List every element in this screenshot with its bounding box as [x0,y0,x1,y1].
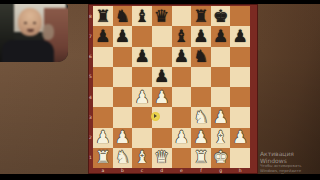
square-f6[interactable]: ♞ [191,47,211,67]
white-knight: ♞ [193,108,208,125]
square-c3[interactable] [132,107,152,127]
square-g8[interactable]: ♚ [211,6,231,26]
black-pawn: ♟ [154,68,169,85]
square-a5[interactable] [93,67,113,87]
white-pawn: ♟ [154,88,169,105]
streamer-face [18,8,42,36]
square-g2[interactable]: ♝ [211,128,231,148]
square-e7[interactable]: ♝ [172,26,192,46]
square-b8[interactable]: ♞ [113,6,133,26]
square-h3[interactable] [230,107,250,127]
square-c5[interactable] [132,67,152,87]
square-f2[interactable]: ♟ [191,128,211,148]
square-e2[interactable]: ♟ [172,128,192,148]
square-g5[interactable] [211,67,231,87]
square-h8[interactable] [230,6,250,26]
square-a6[interactable] [93,47,113,67]
square-d8[interactable]: ♛ [152,6,172,26]
square-e4[interactable] [172,87,192,107]
square-d5[interactable]: ♟ [152,67,172,87]
square-g4[interactable] [211,87,231,107]
black-knight: ♞ [193,48,208,65]
mouse-cursor-highlight[interactable] [151,112,160,121]
black-rook: ♜ [193,7,208,24]
square-e3[interactable] [172,107,192,127]
square-e6[interactable]: ♟ [172,47,192,67]
letterbox-top [0,0,320,4]
watermark-title: Активация Windows [260,150,320,164]
square-h1[interactable] [230,148,250,168]
square-c6[interactable]: ♟ [132,47,152,67]
black-pawn: ♟ [115,27,130,44]
white-pawn: ♟ [95,129,110,146]
white-king: ♚ [213,149,228,166]
square-d4[interactable]: ♟ [152,87,172,107]
black-pawn: ♟ [213,27,228,44]
square-a4[interactable] [93,87,113,107]
square-c2[interactable] [132,128,152,148]
square-b2[interactable]: ♟ [113,128,133,148]
black-pawn: ♟ [95,27,110,44]
square-c4[interactable]: ♟ [132,87,152,107]
black-king: ♚ [213,7,228,24]
streamer-left-eye [24,22,27,24]
square-h4[interactable] [230,87,250,107]
square-a7[interactable]: ♟ [93,26,113,46]
square-h6[interactable] [230,47,250,67]
square-f5[interactable] [191,67,211,87]
white-pawn: ♟ [174,129,189,146]
square-a1[interactable]: ♜ [93,148,113,168]
square-d2[interactable] [152,128,172,148]
white-rook: ♜ [95,149,110,166]
square-f4[interactable] [191,87,211,107]
black-bishop: ♝ [134,7,149,24]
white-pawn: ♟ [213,108,228,125]
white-pawn: ♟ [233,129,248,146]
square-a8[interactable]: ♜ [93,6,113,26]
square-d1[interactable]: ♛ [152,148,172,168]
black-pawn: ♟ [174,48,189,65]
square-b5[interactable] [113,67,133,87]
black-queen: ♛ [154,7,169,24]
square-g1[interactable]: ♚ [211,148,231,168]
square-g7[interactable]: ♟ [211,26,231,46]
streamer-mouth [27,29,34,32]
square-d7[interactable] [152,26,172,46]
square-e5[interactable] [172,67,192,87]
square-h5[interactable] [230,67,250,87]
black-pawn: ♟ [134,48,149,65]
square-a3[interactable] [93,107,113,127]
board-grid: ♜♞♝♛♜♚♟♟♝♟♟♟♟♟♞♟♟♟♞♟♟♟♟♟♝♟♜♞♝♛♜♚ [93,6,250,168]
black-bishop: ♝ [174,27,189,44]
chess-board: 87654321 ♜♞♝♛♜♚♟♟♝♟♟♟♟♟♞♟♟♟♞♟♟♟♟♟♝♟♜♞♝♛♜… [88,4,258,174]
square-g3[interactable]: ♟ [211,107,231,127]
square-b7[interactable]: ♟ [113,26,133,46]
black-pawn: ♟ [233,27,248,44]
square-c8[interactable]: ♝ [132,6,152,26]
white-bishop: ♝ [134,149,149,166]
black-pawn: ♟ [193,27,208,44]
square-f3[interactable]: ♞ [191,107,211,127]
streamer-body [2,40,54,62]
square-f1[interactable]: ♜ [191,148,211,168]
black-knight: ♞ [115,7,130,24]
black-rook: ♜ [95,7,110,24]
white-knight: ♞ [115,149,130,166]
square-a2[interactable]: ♟ [93,128,113,148]
square-e8[interactable] [172,6,192,26]
square-h7[interactable]: ♟ [230,26,250,46]
webcam-video [0,4,68,62]
white-pawn: ♟ [115,129,130,146]
square-c7[interactable] [132,26,152,46]
streamer-right-eye [33,22,36,24]
square-b3[interactable] [113,107,133,127]
white-rook: ♜ [193,149,208,166]
white-queen: ♛ [154,149,169,166]
square-b1[interactable]: ♞ [113,148,133,168]
white-pawn: ♟ [193,129,208,146]
square-e1[interactable] [172,148,192,168]
square-h2[interactable]: ♟ [230,128,250,148]
white-pawn: ♟ [134,88,149,105]
white-bishop: ♝ [213,129,228,146]
square-g6[interactable] [211,47,231,67]
square-b4[interactable] [113,87,133,107]
square-c1[interactable]: ♝ [132,148,152,168]
square-b6[interactable] [113,47,133,67]
square-d6[interactable] [152,47,172,67]
letterbox-bottom [0,174,320,180]
webcam-lamp [42,24,54,40]
square-f8[interactable]: ♜ [191,6,211,26]
webcam-scene [0,4,68,62]
square-f7[interactable]: ♟ [191,26,211,46]
video-frame: 87654321 ♜♞♝♛♜♚♟♟♝♟♟♟♟♟♞♟♟♟♞♟♟♟♟♟♝♟♜♞♝♛♜… [0,0,320,180]
